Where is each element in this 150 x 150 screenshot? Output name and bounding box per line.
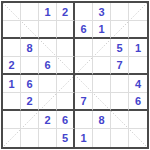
given-digit-r4c3[interactable]: 6 xyxy=(39,57,57,75)
sudoku-board: 1236185126716427626851 xyxy=(1,1,149,149)
given-digit-r2c6[interactable]: 1 xyxy=(93,21,111,39)
given-digit-r4c7[interactable]: 7 xyxy=(111,57,129,75)
cell-r3c3[interactable] xyxy=(39,39,57,57)
cell-r8c7[interactable] xyxy=(111,129,129,147)
cell-r5c7[interactable] xyxy=(111,75,129,93)
cell-r5c5[interactable] xyxy=(75,75,93,93)
cell-r3c5[interactable] xyxy=(75,39,93,57)
given-digit-r1c4[interactable]: 2 xyxy=(57,3,75,21)
given-digit-r5c2[interactable]: 6 xyxy=(21,75,39,93)
cell-r2c1[interactable] xyxy=(3,21,21,39)
cell-r2c4[interactable] xyxy=(57,21,75,39)
cell-r6c3[interactable] xyxy=(39,93,57,111)
cell-r7c5[interactable] xyxy=(75,111,93,129)
given-digit-r7c6[interactable]: 8 xyxy=(93,111,111,129)
given-digit-r2c5[interactable]: 6 xyxy=(75,21,93,39)
given-digit-r4c1[interactable]: 2 xyxy=(3,57,21,75)
cell-r3c4[interactable] xyxy=(57,39,75,57)
cell-r2c8[interactable] xyxy=(129,21,147,39)
given-digit-r6c2[interactable]: 2 xyxy=(21,93,39,111)
given-digit-r6c8[interactable]: 6 xyxy=(129,93,147,111)
cell-r2c7[interactable] xyxy=(111,21,129,39)
cell-r6c1[interactable] xyxy=(3,93,21,111)
cell-r1c1[interactable] xyxy=(3,3,21,21)
given-digit-r1c3[interactable]: 1 xyxy=(39,3,57,21)
cell-r8c8[interactable] xyxy=(129,129,147,147)
given-digit-r5c1[interactable]: 1 xyxy=(3,75,21,93)
cell-r1c7[interactable] xyxy=(111,3,129,21)
given-digit-r7c4[interactable]: 6 xyxy=(57,111,75,129)
cell-r3c6[interactable] xyxy=(93,39,111,57)
cell-r5c4[interactable] xyxy=(57,75,75,93)
cell-r4c2[interactable] xyxy=(21,57,39,75)
given-digit-r3c8[interactable]: 1 xyxy=(129,39,147,57)
cell-r6c6[interactable] xyxy=(93,93,111,111)
cell-r5c3[interactable] xyxy=(39,75,57,93)
cell-r1c2[interactable] xyxy=(21,3,39,21)
cell-r4c4[interactable] xyxy=(57,57,75,75)
cell-r2c2[interactable] xyxy=(21,21,39,39)
cell-r8c2[interactable] xyxy=(21,129,39,147)
given-digit-r8c5[interactable]: 1 xyxy=(75,129,93,147)
given-digit-r3c7[interactable]: 5 xyxy=(111,39,129,57)
cell-r6c4[interactable] xyxy=(57,93,75,111)
cell-r1c8[interactable] xyxy=(129,3,147,21)
cell-r7c7[interactable] xyxy=(111,111,129,129)
given-digit-r1c6[interactable]: 3 xyxy=(93,3,111,21)
cell-r2c3[interactable] xyxy=(39,21,57,39)
cell-r7c8[interactable] xyxy=(129,111,147,129)
given-digit-r6c5[interactable]: 7 xyxy=(75,93,93,111)
cell-r8c6[interactable] xyxy=(93,129,111,147)
cell-r7c2[interactable] xyxy=(21,111,39,129)
given-digit-r8c4[interactable]: 5 xyxy=(57,129,75,147)
cell-r6c7[interactable] xyxy=(111,93,129,111)
cell-r1c5[interactable] xyxy=(75,3,93,21)
cell-r5c6[interactable] xyxy=(93,75,111,93)
cell-r8c3[interactable] xyxy=(39,129,57,147)
given-digit-r5c8[interactable]: 4 xyxy=(129,75,147,93)
given-digit-r7c3[interactable]: 2 xyxy=(39,111,57,129)
given-digit-r3c2[interactable]: 8 xyxy=(21,39,39,57)
cell-r7c1[interactable] xyxy=(3,111,21,129)
cell-r4c8[interactable] xyxy=(129,57,147,75)
sudoku-grid: 1236185126716427626851 xyxy=(3,3,147,147)
cell-r3c1[interactable] xyxy=(3,39,21,57)
cell-r4c5[interactable] xyxy=(75,57,93,75)
cell-r4c6[interactable] xyxy=(93,57,111,75)
cell-r8c1[interactable] xyxy=(3,129,21,147)
